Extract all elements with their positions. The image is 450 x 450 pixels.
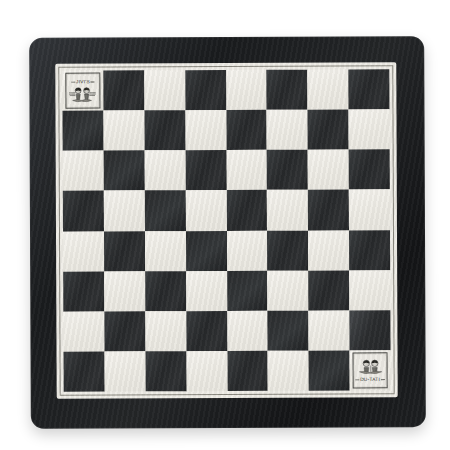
maker-stamp-top-left: JIVI'S <box>65 73 100 109</box>
square-c2[interactable] <box>145 311 186 351</box>
square-f6[interactable] <box>267 150 308 190</box>
square-g4[interactable] <box>308 230 349 270</box>
square-f3[interactable] <box>268 270 309 310</box>
board-photo: JIVI'S <box>0 0 450 450</box>
square-e5[interactable] <box>226 190 267 230</box>
square-e2[interactable] <box>227 311 268 351</box>
maker-stamp-bottom-right: DU-TATI <box>353 352 388 388</box>
square-h6[interactable] <box>349 150 390 190</box>
square-c8[interactable] <box>144 70 185 110</box>
square-b6[interactable] <box>104 151 145 191</box>
square-b7[interactable] <box>103 110 144 150</box>
square-e8[interactable] <box>226 70 267 110</box>
square-h7[interactable] <box>349 109 390 149</box>
square-a3[interactable] <box>63 271 104 311</box>
board-frame: JIVI'S <box>29 36 426 429</box>
square-e6[interactable] <box>226 150 267 190</box>
board-surface: JIVI'S <box>55 62 397 398</box>
square-f2[interactable] <box>268 310 309 350</box>
square-a2[interactable] <box>63 311 104 351</box>
chess-board: JIVI'S <box>62 69 390 391</box>
rule-left <box>355 379 359 380</box>
square-f7[interactable] <box>267 110 308 150</box>
square-h5[interactable] <box>349 190 390 230</box>
square-g6[interactable] <box>308 150 349 190</box>
square-e3[interactable] <box>227 270 268 310</box>
rule-left <box>71 81 75 82</box>
maker-stamp-top-left-text: JIVI'S <box>71 79 94 84</box>
square-f1[interactable] <box>268 351 309 391</box>
square-c5[interactable] <box>145 191 186 231</box>
rule-right <box>381 379 385 380</box>
square-g7[interactable] <box>308 110 349 150</box>
square-b5[interactable] <box>104 191 145 231</box>
square-b8[interactable] <box>103 70 144 110</box>
square-h1[interactable]: DU-TATI <box>350 350 391 390</box>
square-d5[interactable] <box>185 190 226 230</box>
maker-stamp-bottom-right-text: DU-TATI <box>355 377 385 382</box>
square-d7[interactable] <box>185 110 226 150</box>
rule-right <box>90 81 94 82</box>
square-f5[interactable] <box>267 190 308 230</box>
maker-stamp-top-left-label: JIVI'S <box>76 79 90 84</box>
square-g3[interactable] <box>308 270 349 310</box>
square-a1[interactable] <box>64 351 105 391</box>
square-d4[interactable] <box>186 231 227 271</box>
square-h3[interactable] <box>349 270 390 310</box>
square-c7[interactable] <box>144 110 185 150</box>
square-g1[interactable] <box>309 350 350 390</box>
square-d1[interactable] <box>186 351 227 391</box>
square-e4[interactable] <box>226 230 267 270</box>
square-a4[interactable] <box>63 231 104 271</box>
square-b4[interactable] <box>104 231 145 271</box>
square-g2[interactable] <box>309 310 350 350</box>
square-g8[interactable] <box>308 69 349 109</box>
square-f8[interactable] <box>267 70 308 110</box>
square-c4[interactable] <box>145 231 186 271</box>
square-e1[interactable] <box>227 351 268 391</box>
square-g5[interactable] <box>308 190 349 230</box>
square-h4[interactable] <box>349 230 390 270</box>
square-b3[interactable] <box>104 271 145 311</box>
square-a8[interactable]: JIVI'S <box>62 71 103 111</box>
square-c6[interactable] <box>144 150 185 190</box>
square-a5[interactable] <box>63 191 104 231</box>
square-d6[interactable] <box>185 150 226 190</box>
square-d8[interactable] <box>185 70 226 110</box>
square-a6[interactable] <box>63 151 104 191</box>
square-c3[interactable] <box>145 271 186 311</box>
square-c1[interactable] <box>145 351 186 391</box>
twin-cherubs-icon <box>356 358 384 375</box>
square-a7[interactable] <box>62 111 103 151</box>
square-h2[interactable] <box>349 310 390 350</box>
square-d2[interactable] <box>186 311 227 351</box>
twin-cherubs-icon <box>69 86 97 103</box>
square-b2[interactable] <box>104 311 145 351</box>
square-e7[interactable] <box>226 110 267 150</box>
square-b1[interactable] <box>104 351 145 391</box>
maker-stamp-bottom-right-label: DU-TATI <box>360 377 380 382</box>
square-f4[interactable] <box>267 230 308 270</box>
square-d3[interactable] <box>186 271 227 311</box>
square-h8[interactable] <box>348 69 389 109</box>
